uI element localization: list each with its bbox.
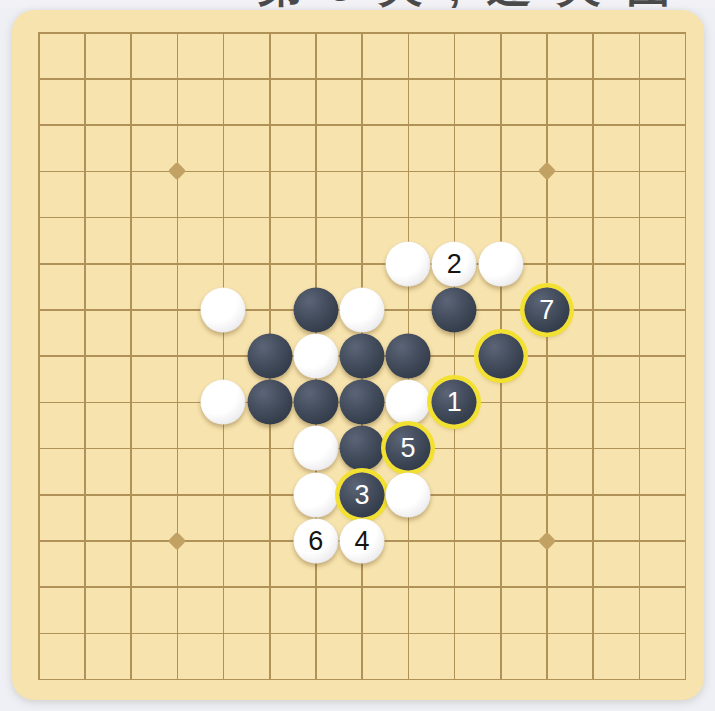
star-point bbox=[537, 531, 555, 549]
black-stone bbox=[247, 333, 292, 378]
black-stone-7: 7 bbox=[524, 287, 569, 332]
board[interactable]: 2715364 bbox=[12, 10, 704, 700]
white-stone-6: 6 bbox=[293, 518, 338, 563]
move-number: 7 bbox=[539, 296, 554, 323]
black-stone bbox=[293, 380, 338, 425]
black-stone bbox=[339, 380, 384, 425]
white-stone bbox=[293, 333, 338, 378]
black-stone bbox=[339, 333, 384, 378]
white-stone bbox=[386, 472, 431, 517]
black-stone bbox=[247, 380, 292, 425]
black-stone bbox=[432, 287, 477, 332]
white-stone-2: 2 bbox=[432, 241, 477, 286]
star-point bbox=[168, 162, 186, 180]
white-stone bbox=[201, 380, 246, 425]
white-stone bbox=[293, 426, 338, 471]
black-stone bbox=[293, 287, 338, 332]
move-number: 2 bbox=[447, 250, 462, 277]
white-stone bbox=[293, 472, 338, 517]
black-stone bbox=[339, 426, 384, 471]
white-stone bbox=[339, 287, 384, 332]
black-stone-5: 5 bbox=[386, 426, 431, 471]
black-stone-1: 1 bbox=[432, 380, 477, 425]
clipped-page-title-text: 第3关,过关图 bbox=[0, 0, 715, 8]
stone-layer: 2715364 bbox=[12, 10, 704, 700]
white-stone bbox=[386, 241, 431, 286]
move-number: 6 bbox=[308, 527, 323, 554]
star-point bbox=[168, 531, 186, 549]
black-stone bbox=[386, 333, 431, 378]
move-number: 3 bbox=[354, 481, 369, 508]
move-number: 1 bbox=[447, 389, 462, 416]
star-point bbox=[537, 162, 555, 180]
white-stone bbox=[478, 241, 523, 286]
black-stone-3: 3 bbox=[339, 472, 384, 517]
clipped-page-title: 第3关,过关图 bbox=[0, 0, 715, 8]
white-stone bbox=[201, 287, 246, 332]
white-stone bbox=[386, 380, 431, 425]
move-number: 4 bbox=[354, 527, 369, 554]
move-number: 5 bbox=[401, 435, 416, 462]
white-stone-4: 4 bbox=[339, 518, 384, 563]
black-stone bbox=[478, 333, 523, 378]
